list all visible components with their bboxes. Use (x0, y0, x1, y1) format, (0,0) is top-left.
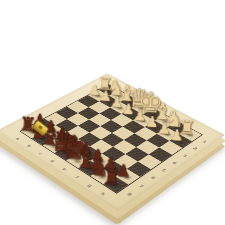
board-frame: ♜♞♝♛♚♝♞♜♟♟♟♟♟♟♟♟♟♟♟♟♟♟♟♟♜♞♝♛♚♝♞♜ abcdefg… (0, 73, 225, 211)
piece-white-pawn-h2[interactable]: ♟ (161, 127, 192, 144)
square-h8[interactable]: ♜ (104, 176, 129, 192)
piece-black-rook-h8[interactable]: ♜ (94, 165, 129, 188)
product-photo: ♜♞♝♛♚♝♞♜♟♟♟♟♟♟♟♟♟♟♟♟♟♟♟♟♜♞♝♛♚♝♞♜ abcdefg… (0, 0, 225, 225)
chessboard: ♜♞♝♛♚♝♞♜♟♟♟♟♟♟♟♟♟♟♟♟♟♟♟♟♜♞♝♛♚♝♞♜ abcdefg… (0, 73, 225, 211)
square-h2[interactable]: ♟ (169, 134, 192, 148)
